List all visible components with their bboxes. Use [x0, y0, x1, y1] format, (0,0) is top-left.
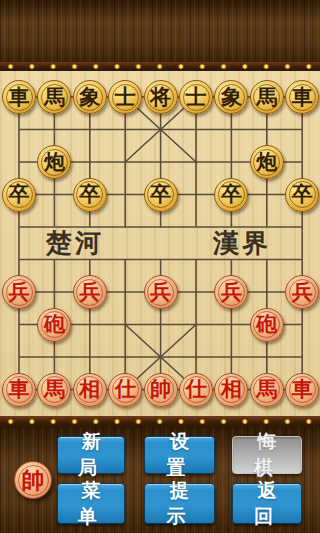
piece-black-general[interactable]: 将 [144, 80, 178, 114]
piece-black-horse[interactable]: 馬 [250, 80, 284, 114]
xiangqi-app-screen: 楚河 漢界 車馬象士将士象馬車炮炮卒卒卒卒卒兵兵兵兵兵砲砲車馬相仕帥仕相馬車 帥… [0, 0, 320, 533]
piece-red-soldier[interactable]: 兵 [285, 275, 319, 309]
piece-black-soldier[interactable]: 卒 [285, 178, 319, 212]
wood-panel-top [0, 0, 320, 62]
river-label-left: 楚河 [46, 228, 104, 258]
stud-strip-top [0, 62, 320, 71]
piece-red-chariot[interactable]: 車 [285, 373, 319, 407]
piece-black-soldier[interactable]: 卒 [73, 178, 107, 212]
piece-red-elephant[interactable]: 相 [73, 373, 107, 407]
piece-red-advisor[interactable]: 仕 [108, 373, 142, 407]
piece-black-advisor[interactable]: 士 [179, 80, 213, 114]
turn-indicator-red-general: 帥 [14, 461, 52, 499]
piece-red-soldier[interactable]: 兵 [2, 275, 36, 309]
xiangqi-board[interactable]: 楚河 漢界 車馬象士将士象馬車炮炮卒卒卒卒卒兵兵兵兵兵砲砲車馬相仕帥仕相馬車 [0, 71, 320, 416]
piece-red-soldier[interactable]: 兵 [73, 275, 107, 309]
stud-strip-bottom [0, 416, 320, 427]
piece-black-soldier[interactable]: 卒 [214, 178, 248, 212]
piece-red-cannon[interactable]: 砲 [250, 308, 284, 342]
piece-red-cannon[interactable]: 砲 [37, 308, 71, 342]
new-game-button[interactable]: 新局 [57, 436, 125, 474]
piece-red-elephant[interactable]: 相 [214, 373, 248, 407]
undo-button[interactable]: 悔棋 [232, 436, 302, 474]
settings-button[interactable]: 设置 [144, 436, 215, 474]
piece-black-elephant[interactable]: 象 [73, 80, 107, 114]
piece-black-advisor[interactable]: 士 [108, 80, 142, 114]
back-button[interactable]: 返回 [232, 483, 302, 524]
piece-black-chariot[interactable]: 車 [285, 80, 319, 114]
piece-black-chariot[interactable]: 車 [2, 80, 36, 114]
river-label-right: 漢界 [213, 228, 271, 258]
piece-red-soldier[interactable]: 兵 [144, 275, 178, 309]
piece-black-soldier[interactable]: 卒 [144, 178, 178, 212]
piece-red-horse[interactable]: 馬 [250, 373, 284, 407]
piece-black-soldier[interactable]: 卒 [2, 178, 36, 212]
piece-red-horse[interactable]: 馬 [37, 373, 71, 407]
piece-black-cannon[interactable]: 炮 [250, 145, 284, 179]
piece-red-general[interactable]: 帥 [144, 373, 178, 407]
piece-red-chariot[interactable]: 車 [2, 373, 36, 407]
menu-button[interactable]: 菜单 [57, 483, 125, 524]
piece-red-advisor[interactable]: 仕 [179, 373, 213, 407]
hint-button[interactable]: 提示 [144, 483, 215, 524]
